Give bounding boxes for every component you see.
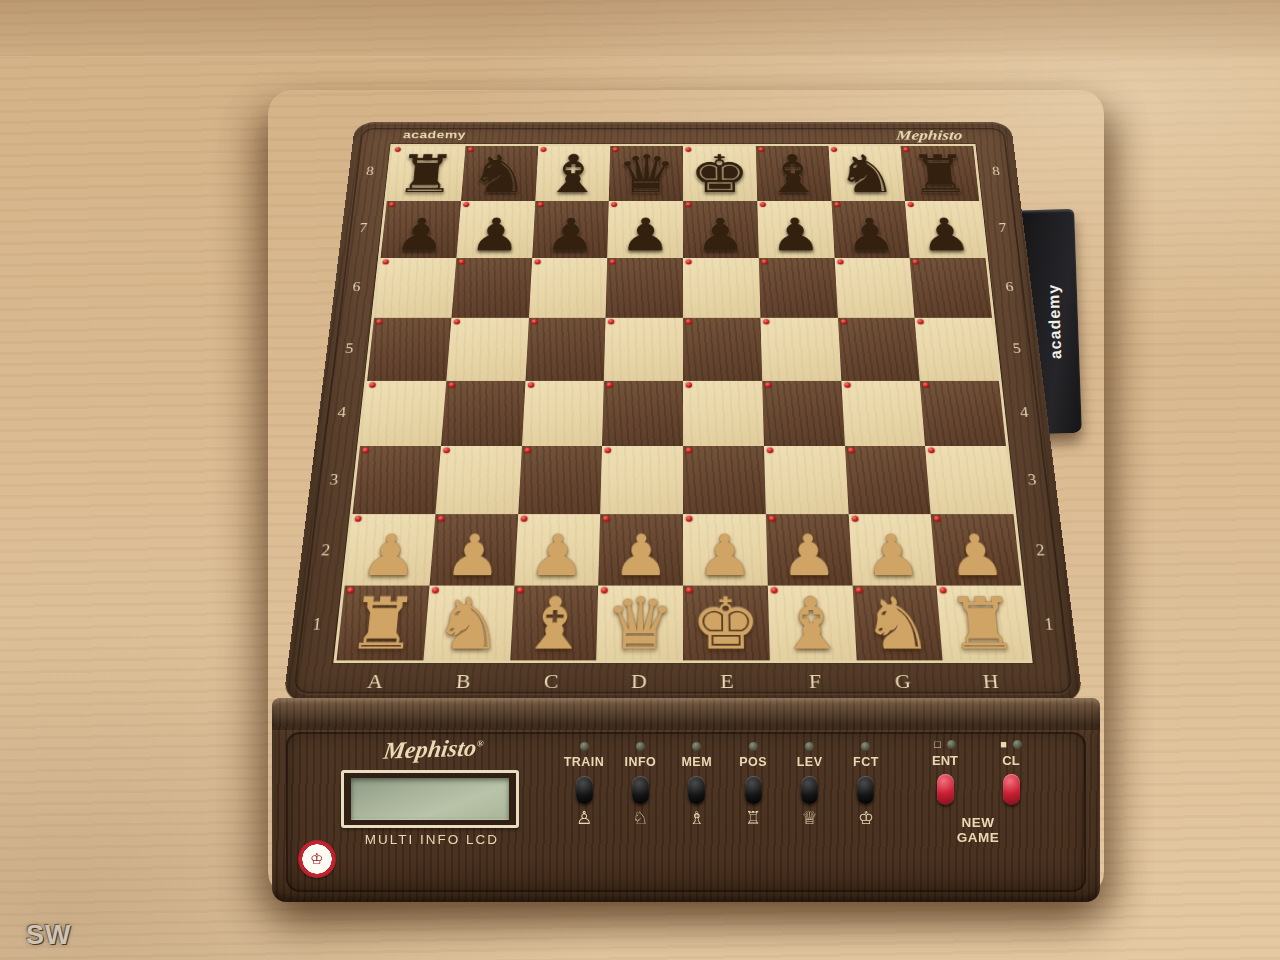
square-led: [686, 447, 692, 453]
rank-label-7: 7: [346, 199, 380, 257]
square-f6[interactable]: [759, 258, 838, 318]
square-b6[interactable]: [451, 258, 532, 318]
square-a8[interactable]: ♜: [387, 146, 466, 201]
square-c8[interactable]: ♝: [535, 146, 611, 201]
rook-icon: ♖: [745, 809, 761, 827]
piece-white-bishop[interactable]: ♝: [775, 591, 848, 659]
square-led: [607, 382, 613, 387]
square-f3[interactable]: [764, 446, 848, 514]
button-label: FCT: [853, 755, 879, 769]
square-led: [453, 319, 460, 324]
file-label-c: C: [506, 664, 595, 699]
rank-label-8: 8: [353, 144, 386, 199]
square-h1[interactable]: ♜: [937, 585, 1030, 660]
file-label-d: D: [595, 664, 683, 699]
file-labels: ABCDEFGH: [329, 664, 1036, 699]
square-led: [686, 516, 693, 522]
square-led: [837, 260, 843, 265]
mephisto-logo: Mephisto®: [382, 734, 485, 764]
square-c7[interactable]: ♟: [532, 201, 609, 258]
piece-white-pawn[interactable]: ♟: [612, 530, 669, 584]
lev-button[interactable]: [801, 776, 818, 804]
piece-white-knight[interactable]: ♞: [431, 591, 506, 659]
square-led: [767, 447, 774, 453]
square-a6[interactable]: [374, 258, 456, 318]
square-led: [376, 319, 383, 324]
file-label-b: B: [418, 664, 508, 699]
fn-group-fct: FCT♔: [842, 742, 890, 827]
file-label-f: F: [770, 664, 859, 699]
piece-white-king[interactable]: ♚: [691, 591, 762, 659]
square-led: [362, 447, 369, 453]
photo-watermark: SW: [26, 920, 72, 951]
piece-white-rook[interactable]: ♜: [945, 591, 1021, 659]
board-frame-top: academy Mephisto: [390, 126, 975, 145]
square-led: [840, 319, 846, 324]
piece-white-pawn[interactable]: ♟: [443, 530, 503, 584]
square-h8[interactable]: ♜: [901, 146, 980, 201]
square-f7[interactable]: ♟: [757, 201, 834, 258]
square-led: [605, 447, 612, 453]
square-d7[interactable]: ♟: [607, 201, 683, 258]
status-led: [692, 742, 701, 751]
status-led: [805, 742, 814, 751]
square-g7[interactable]: ♟: [831, 201, 910, 258]
open-square-icon: □: [934, 739, 941, 750]
filled-square-icon: ■: [1000, 739, 1007, 750]
square-led: [437, 516, 444, 522]
square-h5[interactable]: [915, 318, 999, 380]
action-buttons-row: □ENT■CL: [920, 738, 1036, 805]
square-g2[interactable]: ♟: [848, 514, 936, 585]
piece-white-pawn[interactable]: ♟: [946, 530, 1008, 584]
bishop-icon: ♗: [689, 809, 705, 827]
train-button[interactable]: [576, 776, 593, 804]
rank-label-1: 1: [297, 587, 337, 663]
square-e7[interactable]: ♟: [683, 201, 759, 258]
status-led: [861, 742, 870, 751]
rank-label-6: 6: [992, 257, 1027, 317]
pawn-icon: ♙: [576, 809, 592, 827]
fn-group-pos: POS♖: [729, 742, 777, 827]
act-indicator-row: ■: [1000, 738, 1022, 750]
square-g1[interactable]: ♞: [852, 585, 943, 660]
fn-group-lev: LEV♕: [786, 742, 834, 827]
square-g3[interactable]: [844, 446, 930, 514]
rank-label-6: 6: [339, 257, 374, 317]
rank-label-4: 4: [323, 380, 360, 446]
ent-button[interactable]: [937, 774, 954, 805]
rank-label-7: 7: [986, 199, 1020, 257]
square-h6[interactable]: [910, 258, 992, 318]
square-led: [686, 260, 692, 265]
piece-black-pawn[interactable]: ♟: [844, 214, 898, 257]
lcd-frame: [341, 770, 519, 828]
square-c6[interactable]: [528, 258, 607, 318]
info-button[interactable]: [632, 776, 649, 804]
square-led: [520, 516, 527, 522]
piece-black-king[interactable]: ♚: [690, 150, 751, 200]
square-d6[interactable]: [606, 258, 683, 318]
square-led: [686, 382, 692, 387]
square-led: [928, 447, 935, 453]
square-led: [458, 260, 464, 265]
lcd-display: [351, 778, 509, 820]
square-f1[interactable]: ♝: [768, 585, 857, 660]
piece-black-pawn[interactable]: ♟: [770, 214, 822, 257]
button-label: TRAIN: [564, 755, 605, 769]
piece-black-bishop[interactable]: ♝: [762, 150, 824, 200]
file-label-a: A: [329, 664, 420, 699]
square-a7[interactable]: ♟: [381, 201, 461, 258]
square-g6[interactable]: [834, 258, 915, 318]
square-led: [369, 382, 376, 387]
square-led: [913, 260, 919, 265]
square-f2[interactable]: ♟: [766, 514, 853, 585]
square-c2[interactable]: ♟: [514, 514, 601, 585]
square-h2[interactable]: ♟: [931, 514, 1021, 585]
act-indicator-row: □: [934, 738, 956, 750]
piece-black-knight[interactable]: ♞: [835, 150, 898, 200]
piece-black-rook[interactable]: ♜: [394, 150, 459, 200]
button-label: MEM: [681, 755, 712, 769]
square-d1[interactable]: ♛: [596, 585, 683, 660]
piece-black-pawn[interactable]: ♟: [620, 214, 671, 257]
square-g8[interactable]: ♞: [828, 146, 905, 201]
piece-black-pawn[interactable]: ♟: [544, 214, 596, 257]
piece-white-bishop[interactable]: ♝: [518, 591, 591, 659]
square-e4[interactable]: [683, 380, 764, 445]
square-h7[interactable]: ♟: [905, 201, 985, 258]
status-led: [580, 742, 589, 751]
square-led: [355, 516, 362, 522]
square-led: [531, 319, 537, 324]
square-led: [847, 447, 854, 453]
square-f5[interactable]: [760, 318, 841, 380]
new-game-label: NEW GAME: [948, 816, 1008, 846]
rank-label-2: 2: [1021, 515, 1060, 587]
cl-button[interactable]: [1003, 774, 1020, 805]
rank-label-4: 4: [1006, 380, 1043, 446]
rank-label-5: 5: [331, 317, 367, 380]
square-e1[interactable]: ♚: [683, 585, 770, 660]
square-d5[interactable]: [604, 318, 683, 380]
status-led: [1013, 740, 1022, 749]
square-h3[interactable]: [925, 446, 1013, 514]
queen-icon: ♕: [801, 809, 817, 827]
square-led: [382, 260, 389, 265]
status-led: [636, 742, 645, 751]
piece-white-pawn[interactable]: ♟: [697, 530, 754, 584]
piece-white-queen[interactable]: ♛: [604, 591, 675, 659]
piece-black-rook[interactable]: ♜: [908, 150, 973, 200]
square-d3[interactable]: [600, 446, 683, 514]
piece-black-pawn[interactable]: ♟: [918, 214, 973, 257]
square-c3[interactable]: [518, 446, 602, 514]
button-label: ENT: [932, 753, 958, 768]
file-label-g: G: [858, 664, 948, 699]
square-d8[interactable]: ♛: [609, 146, 683, 201]
square-c1[interactable]: ♝: [510, 585, 599, 660]
square-led: [534, 260, 540, 265]
square-led: [923, 382, 930, 387]
square-b3[interactable]: [435, 446, 521, 514]
button-label: POS: [739, 755, 767, 769]
square-b7[interactable]: ♟: [456, 201, 535, 258]
square-a2[interactable]: ♟: [345, 514, 435, 585]
board-brand-academy: academy: [402, 129, 466, 142]
square-led: [443, 447, 450, 453]
square-led: [448, 382, 455, 387]
piece-black-knight[interactable]: ♞: [468, 150, 531, 200]
fn-group-info: INFO♘: [616, 742, 664, 827]
square-led: [765, 382, 771, 387]
control-panel: Mephisto® MULTI INFO LCD ♔ TRAIN♙INFO♘ME…: [272, 698, 1100, 902]
desk-scene: academy academy Mephisto 87654321 876543…: [0, 0, 1280, 960]
piece-white-knight[interactable]: ♞: [860, 591, 935, 659]
square-f4[interactable]: [762, 380, 845, 445]
square-f8[interactable]: ♝: [756, 146, 832, 201]
square-h4[interactable]: [920, 380, 1006, 445]
rank-label-1: 1: [1029, 587, 1069, 663]
button-label: LEV: [797, 755, 823, 769]
square-b2[interactable]: ♟: [429, 514, 517, 585]
square-b5[interactable]: [446, 318, 528, 380]
rank-label-8: 8: [980, 144, 1013, 199]
square-e3[interactable]: [683, 446, 766, 514]
button-label: CL: [1002, 753, 1019, 768]
pos-button[interactable]: [745, 776, 762, 804]
piece-white-rook[interactable]: ♜: [345, 591, 421, 659]
square-b1[interactable]: ♞: [423, 585, 514, 660]
square-b8[interactable]: ♞: [461, 146, 538, 201]
status-led: [749, 742, 758, 751]
file-label-e: E: [683, 664, 771, 699]
square-e8[interactable]: ♚: [683, 146, 757, 201]
square-a1[interactable]: ♜: [337, 585, 430, 660]
rank-label-3: 3: [315, 446, 353, 515]
file-label-h: H: [945, 664, 1036, 699]
rank-label-3: 3: [1013, 446, 1051, 515]
king-icon: ♔: [858, 809, 874, 827]
rank-label-2: 2: [306, 515, 345, 587]
act-group-ent: □ENT: [920, 738, 970, 805]
square-led: [524, 447, 531, 453]
status-led: [947, 740, 956, 749]
panel-wood-edge: [272, 698, 1100, 730]
board-frame: academy Mephisto 87654321 87654321 ABCDE…: [283, 122, 1083, 702]
knight-icon: ♘: [632, 809, 648, 827]
square-led: [763, 319, 769, 324]
quality-seal-badge: ♔: [298, 840, 336, 878]
board-brand-mephisto: Mephisto: [896, 127, 964, 143]
square-c5[interactable]: [525, 318, 606, 380]
fn-group-mem: MEM♗: [673, 742, 721, 827]
piece-black-queen[interactable]: ♛: [616, 150, 677, 200]
rank-label-5: 5: [999, 317, 1035, 380]
square-led: [918, 319, 925, 324]
piece-black-pawn[interactable]: ♟: [469, 214, 523, 257]
square-c4[interactable]: [522, 380, 605, 445]
piece-black-pawn[interactable]: ♟: [695, 214, 746, 257]
square-led: [610, 260, 616, 265]
square-led: [934, 516, 941, 522]
mem-button[interactable]: [688, 776, 705, 804]
function-buttons-row: TRAIN♙INFO♘MEM♗POS♖LEV♕FCT♔: [560, 742, 890, 827]
square-led: [768, 516, 775, 522]
square-g4[interactable]: [841, 380, 925, 445]
piece-black-bishop[interactable]: ♝: [542, 150, 604, 200]
square-d2[interactable]: ♟: [598, 514, 683, 585]
square-a3[interactable]: [353, 446, 441, 514]
lcd-caption: MULTI INFO LCD: [312, 832, 552, 847]
piece-white-pawn[interactable]: ♟: [528, 530, 587, 584]
square-e6[interactable]: [683, 258, 760, 318]
chess-computer-board: academy Mephisto 87654321 87654321 ABCDE…: [283, 122, 1083, 702]
square-led: [608, 319, 614, 324]
square-led: [686, 319, 692, 324]
square-e2[interactable]: ♟: [683, 514, 768, 585]
square-led: [761, 260, 767, 265]
square-d4[interactable]: [602, 380, 683, 445]
act-group-cl: ■CL: [986, 738, 1036, 805]
square-a5[interactable]: [367, 318, 451, 380]
board-squares: ♜♞♝♛♚♝♞♜♟♟♟♟♟♟♟♟♟♟♟♟♟♟♟♟♜♞♝♛♚♝♞♜: [333, 144, 1032, 663]
square-a4[interactable]: [360, 380, 446, 445]
square-led: [603, 516, 610, 522]
square-led: [851, 516, 858, 522]
piece-white-pawn[interactable]: ♟: [359, 530, 421, 584]
piece-black-pawn[interactable]: ♟: [393, 214, 448, 257]
button-label: INFO: [624, 755, 656, 769]
piece-white-pawn[interactable]: ♟: [780, 530, 839, 584]
fn-group-train: TRAIN♙: [560, 742, 608, 827]
square-b4[interactable]: [441, 380, 525, 445]
fct-button[interactable]: [857, 776, 874, 804]
registered-mark: ®: [476, 738, 484, 748]
square-led: [527, 382, 534, 387]
square-g5[interactable]: [838, 318, 920, 380]
square-e5[interactable]: [683, 318, 762, 380]
square-led: [844, 382, 851, 387]
piece-white-pawn[interactable]: ♟: [863, 530, 923, 584]
